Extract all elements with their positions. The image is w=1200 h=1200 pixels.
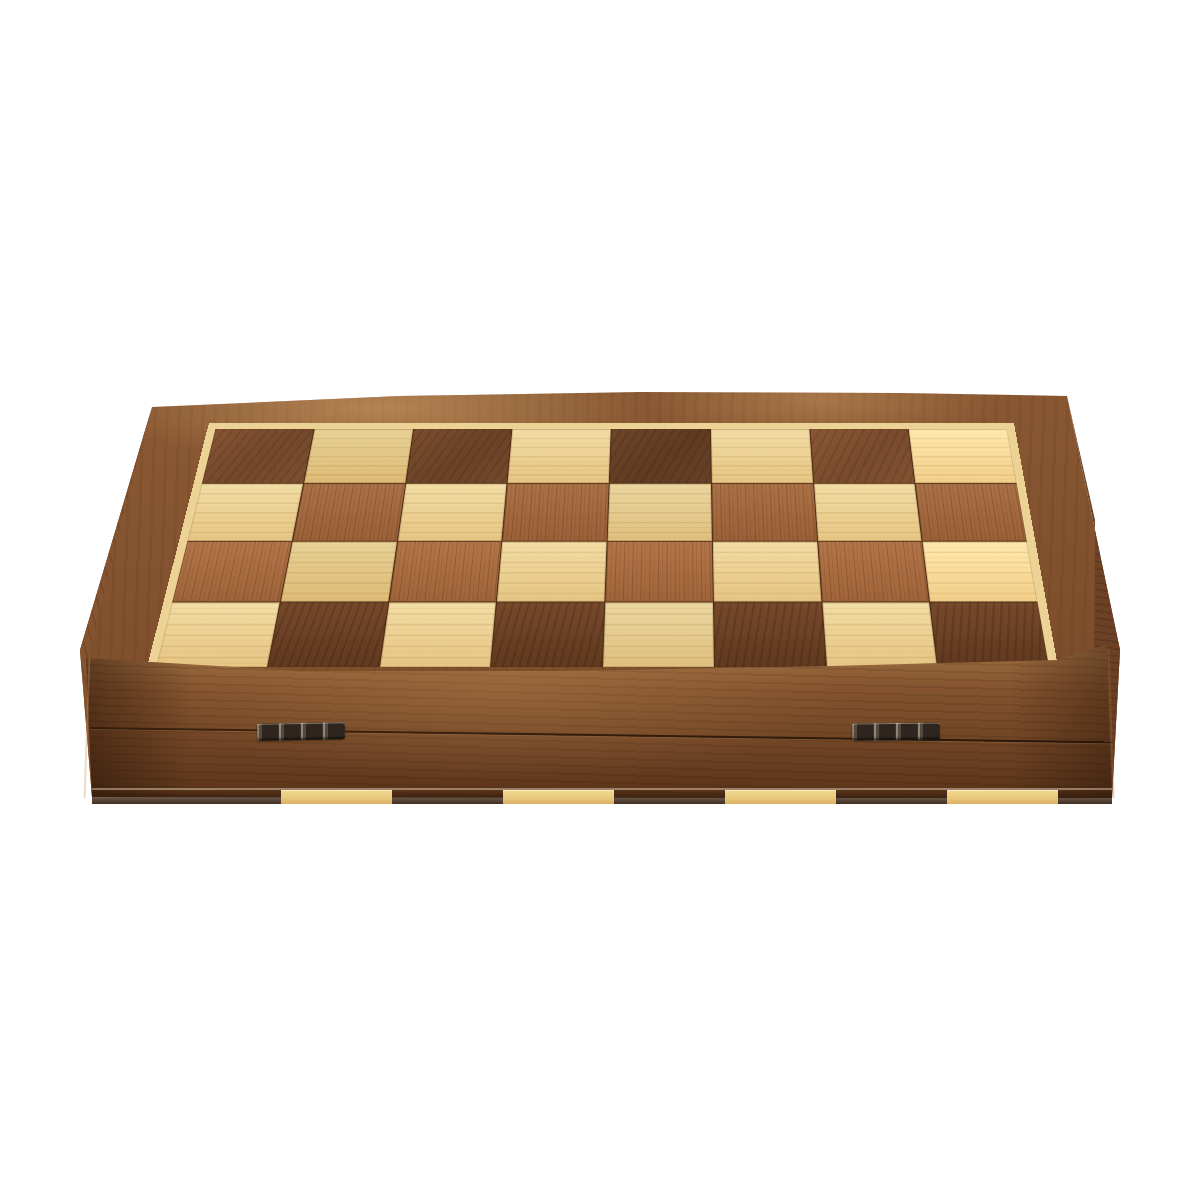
board-cell-r3c0: [156, 603, 279, 667]
board-cell-r0c7: [909, 429, 1017, 483]
front-right-corner-highlight: [1107, 648, 1114, 798]
box-front-face: [0, 0, 1200, 1200]
board-cell-r3c7: [930, 941, 1049, 1005]
board-cell-r2c6: [818, 1006, 930, 1067]
board-cell-r2c0: [172, 1006, 291, 1067]
board-cell-r1c7: [916, 1068, 1027, 1125]
board-cell-r0c2: [406, 1125, 512, 1179]
board-cell-r0c2: [406, 429, 512, 483]
board-cell-r0c6: [810, 1125, 915, 1179]
board-cell-r2c0: [172, 541, 291, 602]
board-cell-r2c5: [713, 541, 821, 602]
bottom-edge-segment-l: [503, 790, 614, 804]
board-cell-r3c0: [156, 941, 279, 1005]
right-hinge: [852, 723, 940, 741]
left-hinge: [257, 722, 345, 741]
board-cell-r0c1: [304, 1125, 413, 1179]
bottom-edge-segment-d: [170, 790, 281, 804]
board-cell-r3c6: [822, 941, 937, 1005]
board-cell-r1c1: [293, 483, 405, 540]
board-cell-r2c3: [497, 1006, 607, 1067]
board-cell-r3c7: [930, 603, 1049, 667]
board-cell-r0c1: [304, 429, 413, 483]
board-cell-r3c1: [268, 603, 388, 667]
board-cell-r1c2: [398, 483, 507, 540]
board-cell-r1c6: [814, 1068, 922, 1125]
product-photo-stage: [0, 0, 1200, 1200]
bottom-edge: [92, 804, 1112, 818]
board-cell-r3c5: [714, 941, 826, 1005]
checkerboard: [156, 429, 1049, 667]
board-cell-r3c4: [603, 941, 714, 1005]
bottom-edge-segment-l: [281, 804, 392, 818]
board-cell-r1c7: [916, 483, 1027, 540]
box-right-side-face: [0, 0, 1200, 1200]
board-cell-r0c5: [711, 429, 813, 483]
board-cell-r3c2: [380, 603, 497, 667]
board-cell-r2c7: [923, 1006, 1038, 1067]
board-cell-r2c5: [713, 1006, 821, 1067]
bottom-edge-segment-d: [614, 790, 725, 804]
box-left-side-face: [0, 0, 1200, 1200]
board-cell-r1c0: [188, 483, 303, 540]
bottom-edge-segment-frame: [92, 804, 170, 818]
board-cell-r3c3: [491, 603, 604, 667]
board-cell-r2c2: [389, 1006, 502, 1067]
bottom-edge-segment-l: [725, 804, 836, 818]
bottom-edge-segment-l: [503, 804, 614, 818]
board-cell-r2c4: [605, 1006, 712, 1067]
board-cell-r0c6: [810, 429, 915, 483]
board-cell-r2c7: [923, 541, 1038, 602]
bottom-edge-segment-frame: [1058, 804, 1112, 818]
bottom-edge-segment-d: [170, 804, 281, 818]
board-cell-r2c1: [281, 541, 397, 602]
bottom-edge-segment-d: [392, 790, 503, 804]
board-top-face: [147, 941, 1058, 1185]
left-hinge: [257, 867, 345, 886]
bottom-edge-segment-frame: [92, 790, 170, 804]
checkerboard: [156, 941, 1049, 1179]
board-cell-r3c2: [380, 941, 497, 1005]
board-cell-r0c3: [508, 429, 611, 483]
board-cell-r3c3: [491, 941, 604, 1005]
board-cell-r2c6: [818, 541, 930, 602]
light-inlay-border: [147, 941, 1058, 1185]
board-cell-r1c5: [712, 483, 817, 540]
board-cell-r2c3: [497, 541, 607, 602]
board-cell-r1c6: [814, 483, 922, 540]
bottom-edge-segment-d: [614, 804, 725, 818]
bottom-edge-segment-frame: [1058, 790, 1112, 804]
box-body-wood: [0, 0, 1200, 1200]
board-cell-r1c1: [293, 1068, 405, 1125]
right-hinge: [852, 868, 940, 886]
board-cell-r0c7: [909, 1125, 1017, 1179]
folding-chess-board-box: [0, 0, 1200, 1200]
board-cell-r0c4: [610, 429, 711, 483]
bottom-edge-segment-l: [281, 790, 392, 804]
board-cell-r3c4: [603, 603, 714, 667]
front-left-corner-highlight: [84, 810, 91, 950]
bottom-edge-segment-d: [392, 804, 503, 818]
board-cell-r1c3: [503, 483, 609, 540]
board-top-face: [147, 423, 1058, 667]
bottom-edge-segment-d: [836, 790, 947, 804]
front-right-corner-highlight: [1107, 810, 1114, 960]
board-cell-r0c5: [711, 1125, 813, 1179]
board-cell-r1c5: [712, 1068, 817, 1125]
bottom-edge-segment-l: [947, 790, 1058, 804]
board-cell-r2c2: [389, 541, 502, 602]
board-cell-r3c5: [714, 603, 826, 667]
bottom-edge-segment-d: [836, 804, 947, 818]
board-cell-r0c0: [202, 1125, 314, 1179]
board-cell-r2c4: [605, 541, 712, 602]
board-cell-r0c4: [610, 1125, 711, 1179]
board-cell-r0c3: [508, 1125, 611, 1179]
board-cell-r1c4: [608, 483, 712, 540]
bottom-edge: [92, 790, 1112, 804]
board-cell-r0c0: [202, 429, 314, 483]
board-cell-r1c3: [503, 1068, 609, 1125]
light-inlay-border: [147, 423, 1058, 667]
front-left-corner-highlight: [84, 658, 91, 798]
bottom-edge-segment-l: [725, 790, 836, 804]
board-cell-r3c1: [268, 941, 388, 1005]
board-cell-r1c0: [188, 1068, 303, 1125]
fold-seam-line: [90, 727, 1113, 743]
fold-seam-line: [90, 865, 1113, 881]
board-cell-r3c6: [822, 603, 937, 667]
board-cell-r2c1: [281, 1006, 397, 1067]
bottom-edge-segment-l: [947, 804, 1058, 818]
board-cell-r1c4: [608, 1068, 712, 1125]
board-cell-r1c2: [398, 1068, 507, 1125]
